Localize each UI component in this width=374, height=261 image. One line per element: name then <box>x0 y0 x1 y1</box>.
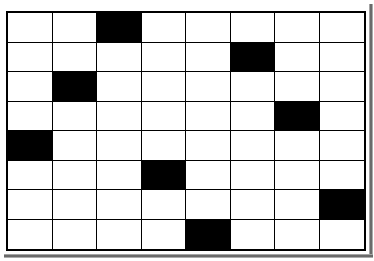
grid-cell[interactable] <box>8 220 53 250</box>
grid-cell[interactable] <box>186 72 231 102</box>
grid-cell[interactable] <box>320 43 365 73</box>
grid-cell[interactable] <box>97 161 142 191</box>
blocked-cell <box>275 102 320 132</box>
grid-cell[interactable] <box>53 161 98 191</box>
grid-cell[interactable] <box>186 43 231 73</box>
grid-cell[interactable] <box>97 220 142 250</box>
grid-cell[interactable] <box>97 131 142 161</box>
grid-cell[interactable] <box>186 131 231 161</box>
grid-cell[interactable] <box>97 72 142 102</box>
grid-cell[interactable] <box>231 102 276 132</box>
grid-cell[interactable] <box>142 13 187 43</box>
grid-cell[interactable] <box>275 161 320 191</box>
grid-cell[interactable] <box>53 220 98 250</box>
grid-cell[interactable] <box>231 131 276 161</box>
grid-cell[interactable] <box>320 13 365 43</box>
blocked-cell <box>231 43 276 73</box>
grid-cell[interactable] <box>8 72 53 102</box>
grid-cell[interactable] <box>142 43 187 73</box>
blocked-cell <box>53 72 98 102</box>
grid-cell[interactable] <box>231 190 276 220</box>
blocked-cell <box>186 220 231 250</box>
grid-cell[interactable] <box>8 190 53 220</box>
grid-cell[interactable] <box>97 43 142 73</box>
grid-cell[interactable] <box>320 220 365 250</box>
grid-cell[interactable] <box>186 190 231 220</box>
grid-cell[interactable] <box>231 72 276 102</box>
grid-cell[interactable] <box>8 43 53 73</box>
grid-cell[interactable] <box>142 131 187 161</box>
grid-cell[interactable] <box>231 220 276 250</box>
grid-cell[interactable] <box>53 13 98 43</box>
grid-cell[interactable] <box>275 13 320 43</box>
grid-cell[interactable] <box>275 190 320 220</box>
grid-cell[interactable] <box>186 13 231 43</box>
grid-cell[interactable] <box>142 220 187 250</box>
puzzle-board <box>6 11 366 251</box>
grid-cell[interactable] <box>53 190 98 220</box>
blocked-cell <box>142 161 187 191</box>
grid-cell[interactable] <box>320 131 365 161</box>
grid-cell[interactable] <box>186 102 231 132</box>
grid-cell[interactable] <box>186 161 231 191</box>
grid-cell[interactable] <box>231 161 276 191</box>
grid-cell[interactable] <box>8 102 53 132</box>
grid-cell[interactable] <box>275 220 320 250</box>
grid-cell[interactable] <box>275 43 320 73</box>
grid-cell[interactable] <box>142 72 187 102</box>
drop-shadow-bottom <box>4 254 373 258</box>
drop-shadow-right <box>369 4 373 258</box>
grid-cell[interactable] <box>320 72 365 102</box>
grid-cell[interactable] <box>142 190 187 220</box>
grid-cell[interactable] <box>142 102 187 132</box>
grid-cell[interactable] <box>231 13 276 43</box>
grid-cell[interactable] <box>97 190 142 220</box>
grid-cell[interactable] <box>97 102 142 132</box>
grid-cell[interactable] <box>8 13 53 43</box>
blocked-cell <box>8 131 53 161</box>
grid-cell[interactable] <box>8 161 53 191</box>
blocked-cell <box>97 13 142 43</box>
grid-cell[interactable] <box>53 131 98 161</box>
grid-cell[interactable] <box>320 102 365 132</box>
blocked-cell <box>320 190 365 220</box>
grid-cell[interactable] <box>275 72 320 102</box>
grid-cell[interactable] <box>275 131 320 161</box>
grid-cell[interactable] <box>53 43 98 73</box>
grid-cell[interactable] <box>320 161 365 191</box>
grid-cell[interactable] <box>53 102 98 132</box>
